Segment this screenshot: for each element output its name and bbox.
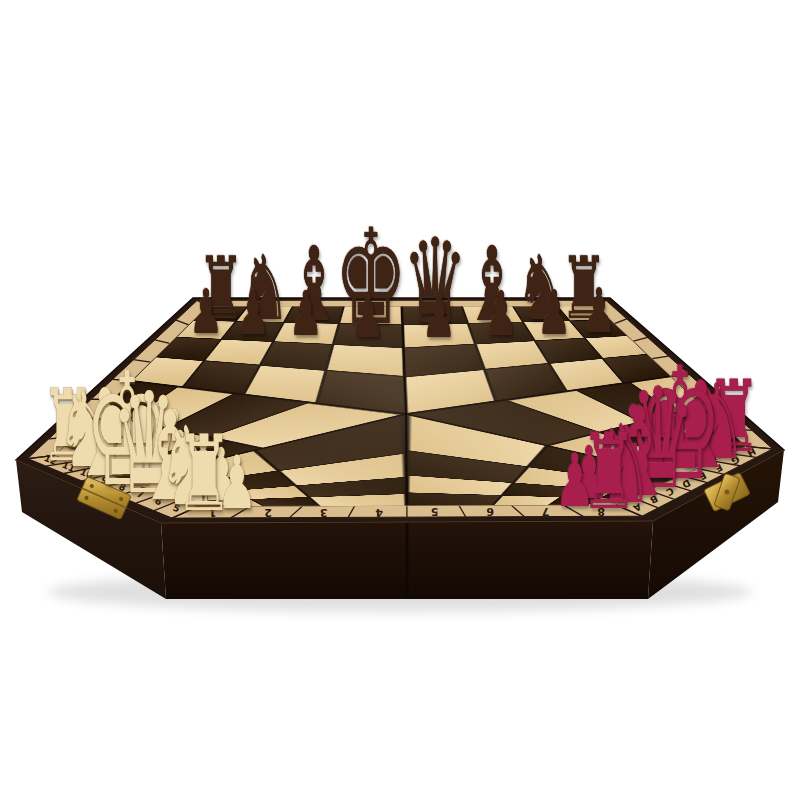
piece-dark-pawn[interactable]: ♟ [484, 284, 518, 346]
piece-red-pawn[interactable]: ♟ [555, 444, 596, 517]
piece-dark-pawn[interactable]: ♟ [582, 280, 616, 341]
piece-dark-pawn[interactable]: ♟ [189, 281, 223, 342]
piece-dark-pawn[interactable]: ♟ [537, 282, 571, 343]
product-photo-stage: 5678910111212345678ABCDEFGH ♜♞♝♚♛♝♞♜♟♟♟♟… [0, 0, 800, 800]
piece-dark-pawn[interactable]: ♟ [236, 283, 270, 345]
piece-dark-pawn[interactable]: ♟ [351, 286, 385, 348]
piece-cream-rook[interactable]: ♜ [175, 422, 233, 527]
piece-dark-pawn[interactable]: ♟ [289, 284, 323, 346]
pieces-layer: ♜♞♝♚♛♝♞♜♟♟♟♟♟♟♟♟♜♞♝♛♚♝♞♜♟♟♟♟♟♟♟♟♜♞♝♚♛♝♞♜… [0, 0, 800, 800]
piece-dark-pawn[interactable]: ♟ [422, 286, 456, 348]
